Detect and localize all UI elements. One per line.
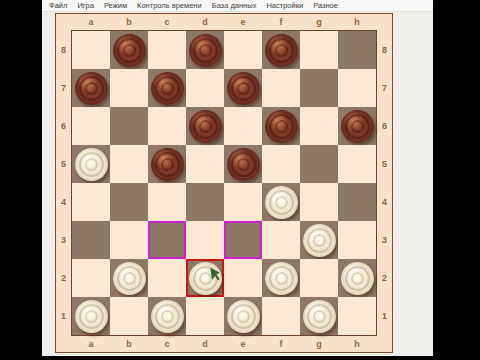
square-b5[interactable]	[110, 145, 148, 183]
black-piece-c5[interactable]	[151, 148, 184, 181]
square-b7[interactable]	[110, 69, 148, 107]
white-piece-a5[interactable]	[75, 148, 108, 181]
menu-bar: Файл Игра Режим Контроль времени База да…	[42, 0, 433, 12]
square-g3[interactable]	[300, 221, 338, 259]
rank-label-5: 5	[56, 145, 71, 183]
square-b6[interactable]	[110, 107, 148, 145]
square-b2[interactable]	[110, 259, 148, 297]
white-piece-b2[interactable]	[113, 262, 146, 295]
black-piece-d6[interactable]	[189, 110, 222, 143]
black-piece-a7[interactable]	[75, 72, 108, 105]
square-d1[interactable]	[186, 297, 224, 335]
white-piece-g3[interactable]	[303, 224, 336, 257]
black-piece-d8[interactable]	[189, 34, 222, 67]
square-f8[interactable]	[262, 31, 300, 69]
rank-label-6: 6	[56, 107, 71, 145]
app-window: Файл Игра Режим Контроль времени База да…	[42, 0, 433, 356]
board-frame: abcdefgh 87654321 87654321 abcdefgh	[55, 13, 393, 353]
square-d6[interactable]	[186, 107, 224, 145]
menu-mode[interactable]: Режим	[104, 0, 127, 12]
square-d8[interactable]	[186, 31, 224, 69]
file-label-h: h	[338, 336, 376, 352]
rank-labels-left: 87654321	[56, 30, 71, 336]
square-d5[interactable]	[186, 145, 224, 183]
square-e7[interactable]	[224, 69, 262, 107]
menu-misc[interactable]: Разное	[313, 0, 338, 12]
black-piece-e7[interactable]	[227, 72, 260, 105]
square-e3[interactable]	[224, 221, 262, 259]
file-label-b: b	[110, 336, 148, 352]
square-g2[interactable]	[300, 259, 338, 297]
white-piece-e1[interactable]	[227, 300, 260, 333]
square-f4[interactable]	[262, 183, 300, 221]
square-a1[interactable]	[72, 297, 110, 335]
rank-label-7: 7	[377, 69, 392, 107]
square-g6[interactable]	[300, 107, 338, 145]
letterbox-background: { "game": "checkers", "variant": "Russia…	[0, 0, 480, 360]
square-c7[interactable]	[148, 69, 186, 107]
menu-game[interactable]: Игра	[77, 0, 93, 12]
black-piece-c7[interactable]	[151, 72, 184, 105]
rank-label-3: 3	[56, 221, 71, 259]
square-g7[interactable]	[300, 69, 338, 107]
rank-label-4: 4	[56, 183, 71, 221]
square-c6[interactable]	[148, 107, 186, 145]
file-label-a: a	[72, 14, 110, 30]
menu-settings[interactable]: Настройки	[266, 0, 303, 12]
rank-label-4: 4	[377, 183, 392, 221]
black-piece-e5[interactable]	[227, 148, 260, 181]
rank-label-5: 5	[377, 145, 392, 183]
file-label-e: e	[224, 336, 262, 352]
file-label-g: g	[300, 14, 338, 30]
rank-label-6: 6	[377, 107, 392, 145]
black-piece-b8[interactable]	[113, 34, 146, 67]
menu-time-control[interactable]: Контроль времени	[137, 0, 202, 12]
rank-label-1: 1	[56, 297, 71, 335]
square-b3[interactable]	[110, 221, 148, 259]
square-h5[interactable]	[338, 145, 376, 183]
rank-label-2: 2	[377, 259, 392, 297]
square-a3[interactable]	[72, 221, 110, 259]
square-d7[interactable]	[186, 69, 224, 107]
square-e6[interactable]	[224, 107, 262, 145]
square-d3[interactable]	[186, 221, 224, 259]
square-c4[interactable]	[148, 183, 186, 221]
file-label-d: d	[186, 336, 224, 352]
square-f6[interactable]	[262, 107, 300, 145]
black-piece-f6[interactable]	[265, 110, 298, 143]
square-e1[interactable]	[224, 297, 262, 335]
square-g5[interactable]	[300, 145, 338, 183]
file-label-a: a	[72, 336, 110, 352]
square-c5[interactable]	[148, 145, 186, 183]
square-c3[interactable]	[148, 221, 186, 259]
square-a4[interactable]	[72, 183, 110, 221]
board	[71, 30, 377, 336]
rank-label-7: 7	[56, 69, 71, 107]
square-c2[interactable]	[148, 259, 186, 297]
square-h3[interactable]	[338, 221, 376, 259]
square-h8[interactable]	[338, 31, 376, 69]
rank-label-3: 3	[377, 221, 392, 259]
rank-label-8: 8	[56, 31, 71, 69]
square-e5[interactable]	[224, 145, 262, 183]
square-h7[interactable]	[338, 69, 376, 107]
square-d4[interactable]	[186, 183, 224, 221]
file-label-g: g	[300, 336, 338, 352]
square-d2[interactable]	[186, 259, 224, 297]
file-label-d: d	[186, 14, 224, 30]
rank-label-2: 2	[56, 259, 71, 297]
file-label-f: f	[262, 14, 300, 30]
rank-labels-right: 87654321	[377, 30, 392, 336]
rank-label-1: 1	[377, 297, 392, 335]
square-c8[interactable]	[148, 31, 186, 69]
square-a7[interactable]	[72, 69, 110, 107]
square-f1[interactable]	[262, 297, 300, 335]
square-g8[interactable]	[300, 31, 338, 69]
square-g4[interactable]	[300, 183, 338, 221]
file-labels-top: abcdefgh	[71, 14, 377, 30]
square-h1[interactable]	[338, 297, 376, 335]
square-b8[interactable]	[110, 31, 148, 69]
menu-database[interactable]: База данных	[212, 0, 257, 12]
white-piece-h2[interactable]	[341, 262, 374, 295]
square-f7[interactable]	[262, 69, 300, 107]
square-a2[interactable]	[72, 259, 110, 297]
square-h6[interactable]	[338, 107, 376, 145]
rank-label-8: 8	[377, 31, 392, 69]
square-e4[interactable]	[224, 183, 262, 221]
square-a8[interactable]	[72, 31, 110, 69]
white-piece-f2[interactable]	[265, 262, 298, 295]
square-f2[interactable]	[262, 259, 300, 297]
menu-file[interactable]: Файл	[49, 0, 67, 12]
square-h4[interactable]	[338, 183, 376, 221]
file-label-e: e	[224, 14, 262, 30]
square-e2[interactable]	[224, 259, 262, 297]
square-b4[interactable]	[110, 183, 148, 221]
white-piece-c1[interactable]	[151, 300, 184, 333]
square-f3[interactable]	[262, 221, 300, 259]
white-piece-a1[interactable]	[75, 300, 108, 333]
black-piece-h6[interactable]	[341, 110, 374, 143]
file-label-h: h	[338, 14, 376, 30]
white-piece-g1[interactable]	[303, 300, 336, 333]
square-b1[interactable]	[110, 297, 148, 335]
square-a5[interactable]	[72, 145, 110, 183]
square-a6[interactable]	[72, 107, 110, 145]
file-label-f: f	[262, 336, 300, 352]
square-g1[interactable]	[300, 297, 338, 335]
file-label-b: b	[110, 14, 148, 30]
file-labels-bottom: abcdefgh	[71, 336, 377, 352]
square-e8[interactable]	[224, 31, 262, 69]
square-c1[interactable]	[148, 297, 186, 335]
file-label-c: c	[148, 14, 186, 30]
file-label-c: c	[148, 336, 186, 352]
square-h2[interactable]	[338, 259, 376, 297]
black-piece-f8[interactable]	[265, 34, 298, 67]
white-piece-f4[interactable]	[265, 186, 298, 219]
square-f5[interactable]	[262, 145, 300, 183]
